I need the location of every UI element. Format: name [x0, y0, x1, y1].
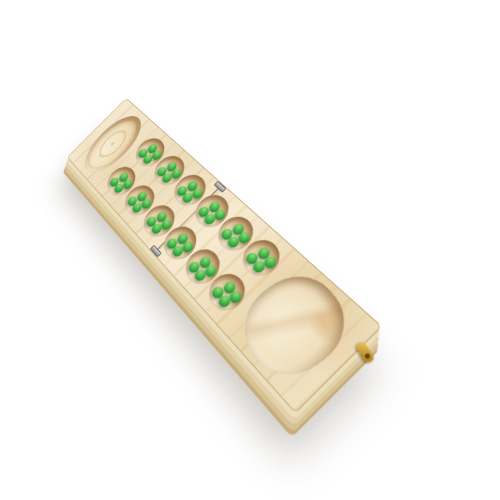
product-photo-scene [0, 0, 500, 500]
clasp-hole [364, 353, 371, 360]
brass-clasp-icon [355, 341, 375, 364]
board-face [67, 98, 383, 414]
mancala-board [22, 53, 368, 399]
